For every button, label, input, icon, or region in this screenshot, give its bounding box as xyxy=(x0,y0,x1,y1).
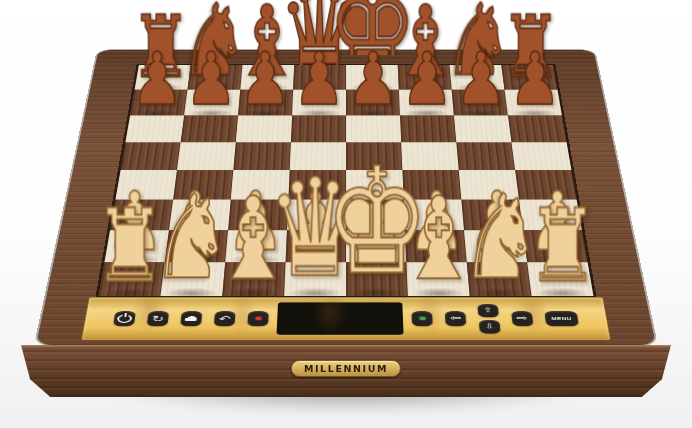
menu-button[interactable]: MENU xyxy=(544,311,579,326)
square-b6[interactable] xyxy=(181,115,238,142)
chess-board-top: ♜♞♝♛♚♝♞♜♟♟♟♟♟♟♟♟♟♟♟♟♟♟♟♟♜♞♝♛♚♝♞♜ ↻ ↶ ⇦ ⇧… xyxy=(36,50,656,345)
piece-brown-pawn-h7[interactable]: ♟ xyxy=(509,43,561,116)
cancel-button[interactable] xyxy=(247,311,269,326)
square-a5[interactable] xyxy=(121,142,181,170)
power-button[interactable] xyxy=(113,311,136,326)
piece-white-rook-h1[interactable]: ♜ xyxy=(526,195,598,296)
square-g7[interactable]: ♟ xyxy=(452,90,508,116)
left-button-group: ↻ ↶ xyxy=(113,311,269,326)
power-icon xyxy=(117,314,133,322)
square-e7[interactable]: ♟ xyxy=(346,90,400,116)
right-arrow-icon: ⇨ xyxy=(516,313,529,322)
down-button[interactable]: ⇩ xyxy=(479,320,501,333)
square-b5[interactable] xyxy=(177,142,236,170)
piece-brown-pawn-a7[interactable]: ♟ xyxy=(131,43,183,116)
rotate-arrow-icon: ↻ xyxy=(151,314,164,322)
thumb-icon xyxy=(186,316,196,321)
square-c7[interactable]: ♟ xyxy=(238,90,293,116)
undo-arrow-icon: ↶ xyxy=(218,314,231,322)
hint-button[interactable] xyxy=(180,311,202,326)
left-button[interactable]: ⇦ xyxy=(445,311,467,326)
lcd-display xyxy=(276,302,403,334)
down-arrow-icon: ⇩ xyxy=(484,322,495,330)
takeback-button[interactable]: ↶ xyxy=(214,311,236,326)
square-g5[interactable] xyxy=(456,142,515,170)
piece-brown-pawn-c7[interactable]: ♟ xyxy=(239,43,291,116)
square-h1[interactable]: ♜ xyxy=(527,262,593,296)
up-button[interactable]: ⇧ xyxy=(477,304,499,317)
right-button-group: ⇦ ⇧ ⇩ ⇨ MENU xyxy=(411,304,580,333)
square-h7[interactable]: ♟ xyxy=(505,90,562,116)
control-panel: ↻ ↶ ⇦ ⇧ ⇩ ⇨ MENU xyxy=(81,297,611,340)
piece-brown-pawn-g7[interactable]: ♟ xyxy=(455,43,507,116)
square-g1[interactable]: ♞ xyxy=(467,262,532,296)
up-down-group: ⇧ ⇩ xyxy=(477,304,501,333)
piece-brown-pawn-d7[interactable]: ♟ xyxy=(293,43,345,116)
square-f7[interactable]: ♟ xyxy=(399,90,454,116)
chess-board-grid: ♜♞♝♛♚♝♞♜♟♟♟♟♟♟♟♟♟♟♟♟♟♟♟♟♜♞♝♛♚♝♞♜ xyxy=(99,65,594,296)
square-a7[interactable]: ♟ xyxy=(130,90,187,116)
chess-computer-scene: ♜♞♝♛♚♝♞♜♟♟♟♟♟♟♟♟♟♟♟♟♟♟♟♟♜♞♝♛♚♝♞♜ ↻ ↶ ⇦ ⇧… xyxy=(0,0,692,428)
green-dot-icon xyxy=(419,317,425,320)
right-button[interactable]: ⇨ xyxy=(511,311,533,326)
piece-brown-pawn-f7[interactable]: ♟ xyxy=(401,43,453,116)
board-front-face: MILLENNIUM xyxy=(21,345,671,397)
square-g6[interactable] xyxy=(454,115,511,142)
piece-brown-pawn-b7[interactable]: ♟ xyxy=(185,43,237,116)
square-h6[interactable] xyxy=(508,115,567,142)
lcd-screen xyxy=(285,306,396,332)
square-b7[interactable]: ♟ xyxy=(184,90,240,116)
piece-brown-pawn-e7[interactable]: ♟ xyxy=(347,43,399,116)
ok-button[interactable] xyxy=(411,311,432,326)
new-game-button[interactable]: ↻ xyxy=(147,311,170,326)
square-d7[interactable]: ♟ xyxy=(292,90,346,116)
up-arrow-icon: ⇧ xyxy=(483,306,494,314)
square-a6[interactable] xyxy=(125,115,184,142)
square-c6[interactable] xyxy=(236,115,292,142)
red-dot-icon xyxy=(255,317,261,320)
brand-nameplate: MILLENNIUM xyxy=(291,360,401,377)
left-arrow-icon: ⇦ xyxy=(449,313,461,322)
square-h5[interactable] xyxy=(511,142,571,170)
